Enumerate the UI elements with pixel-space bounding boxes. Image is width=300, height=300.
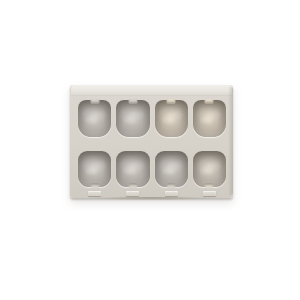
board-top-edge	[71, 85, 232, 96]
front-tab	[126, 191, 139, 196]
pit-r2-c3[interactable]	[155, 151, 188, 188]
board-front-rim	[70, 187, 233, 198]
pit-notch	[205, 99, 214, 104]
pit-r2-c1[interactable]	[78, 151, 111, 188]
pit-notch	[167, 99, 176, 104]
pit-r1-c4[interactable]	[193, 100, 226, 137]
pit-r1-c2[interactable]	[116, 100, 149, 137]
pit-r1-c3[interactable]	[155, 100, 188, 137]
pit-r2-c4[interactable]	[193, 151, 226, 188]
front-tab	[165, 191, 178, 196]
pit-notch	[128, 99, 137, 104]
pit-notch	[90, 99, 99, 104]
front-tab	[203, 191, 216, 196]
board-right-side	[228, 87, 233, 195]
photo-canvas	[0, 0, 300, 300]
pit-grid	[78, 100, 226, 187]
pit-r1-c1[interactable]	[78, 100, 111, 137]
pit-r2-c2[interactable]	[116, 151, 149, 188]
front-tab	[88, 191, 101, 196]
mancala-board	[70, 85, 233, 198]
